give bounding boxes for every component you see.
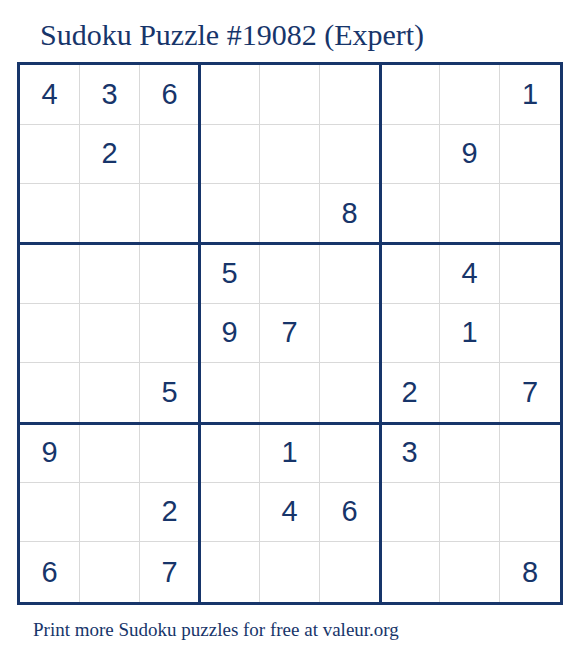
cell-r7c8 <box>440 423 500 483</box>
cell-r3c5 <box>260 184 320 244</box>
cell-r6c3: 5 <box>140 363 200 423</box>
cell-r8c1 <box>20 483 80 543</box>
cell-r4c5 <box>260 244 320 304</box>
cell-r5c2 <box>80 304 140 364</box>
cell-r9c8 <box>440 542 500 602</box>
cell-r9c9: 8 <box>500 542 560 602</box>
cell-r1c7 <box>380 65 440 125</box>
cell-r9c4 <box>200 542 260 602</box>
cell-r3c1 <box>20 184 80 244</box>
cell-r4c3 <box>140 244 200 304</box>
cell-r5c7 <box>380 304 440 364</box>
cell-r6c6 <box>320 363 380 423</box>
cell-r6c1 <box>20 363 80 423</box>
footer-text: Print more Sudoku puzzles for free at va… <box>33 619 580 641</box>
cell-r8c5: 4 <box>260 483 320 543</box>
cell-r3c9 <box>500 184 560 244</box>
cell-r6c2 <box>80 363 140 423</box>
page-title: Sudoku Puzzle #19082 (Expert) <box>40 18 580 52</box>
cell-r4c6 <box>320 244 380 304</box>
cell-r2c7 <box>380 125 440 185</box>
cell-r7c6 <box>320 423 380 483</box>
cell-r5c8: 1 <box>440 304 500 364</box>
cell-r1c4 <box>200 65 260 125</box>
cell-r6c4 <box>200 363 260 423</box>
cell-r9c1: 6 <box>20 542 80 602</box>
cell-r9c3: 7 <box>140 542 200 602</box>
cell-r6c8 <box>440 363 500 423</box>
cell-r2c2: 2 <box>80 125 140 185</box>
cell-r6c7: 2 <box>380 363 440 423</box>
cell-r5c6 <box>320 304 380 364</box>
cell-r8c4 <box>200 483 260 543</box>
cell-r8c6: 6 <box>320 483 380 543</box>
cell-r2c9 <box>500 125 560 185</box>
cell-r3c6: 8 <box>320 184 380 244</box>
cell-r4c9 <box>500 244 560 304</box>
cell-r8c8 <box>440 483 500 543</box>
cell-r6c9: 7 <box>500 363 560 423</box>
cell-r3c2 <box>80 184 140 244</box>
cell-r1c2: 3 <box>80 65 140 125</box>
cell-r8c9 <box>500 483 560 543</box>
page: Sudoku Puzzle #19082 (Expert) 4361298549… <box>0 0 580 651</box>
cell-r7c4 <box>200 423 260 483</box>
cell-r5c9 <box>500 304 560 364</box>
cell-r1c9: 1 <box>500 65 560 125</box>
cell-r9c6 <box>320 542 380 602</box>
cell-r7c5: 1 <box>260 423 320 483</box>
cell-r2c8: 9 <box>440 125 500 185</box>
cell-r7c9 <box>500 423 560 483</box>
cell-r7c1: 9 <box>20 423 80 483</box>
cell-r3c8 <box>440 184 500 244</box>
cell-r8c7 <box>380 483 440 543</box>
cell-r7c7: 3 <box>380 423 440 483</box>
cell-r5c5: 7 <box>260 304 320 364</box>
cell-r5c3 <box>140 304 200 364</box>
cell-r9c5 <box>260 542 320 602</box>
cell-r7c2 <box>80 423 140 483</box>
cell-r4c2 <box>80 244 140 304</box>
cell-r6c5 <box>260 363 320 423</box>
cell-r4c1 <box>20 244 80 304</box>
cell-r4c4: 5 <box>200 244 260 304</box>
cell-r7c3 <box>140 423 200 483</box>
cell-r3c3 <box>140 184 200 244</box>
sudoku-board: 436129854971527913246678 <box>17 62 563 605</box>
cell-r8c3: 2 <box>140 483 200 543</box>
cell-r2c4 <box>200 125 260 185</box>
cell-r4c7 <box>380 244 440 304</box>
cell-r5c4: 9 <box>200 304 260 364</box>
cell-r2c5 <box>260 125 320 185</box>
cell-r9c7 <box>380 542 440 602</box>
cell-r3c7 <box>380 184 440 244</box>
cell-r1c5 <box>260 65 320 125</box>
cell-r9c2 <box>80 542 140 602</box>
cell-r1c3: 6 <box>140 65 200 125</box>
cell-r8c2 <box>80 483 140 543</box>
cell-r2c3 <box>140 125 200 185</box>
cell-r3c4 <box>200 184 260 244</box>
cell-r1c8 <box>440 65 500 125</box>
cell-r2c1 <box>20 125 80 185</box>
cell-r5c1 <box>20 304 80 364</box>
cell-r2c6 <box>320 125 380 185</box>
cell-r4c8: 4 <box>440 244 500 304</box>
cell-r1c1: 4 <box>20 65 80 125</box>
cell-r1c6 <box>320 65 380 125</box>
